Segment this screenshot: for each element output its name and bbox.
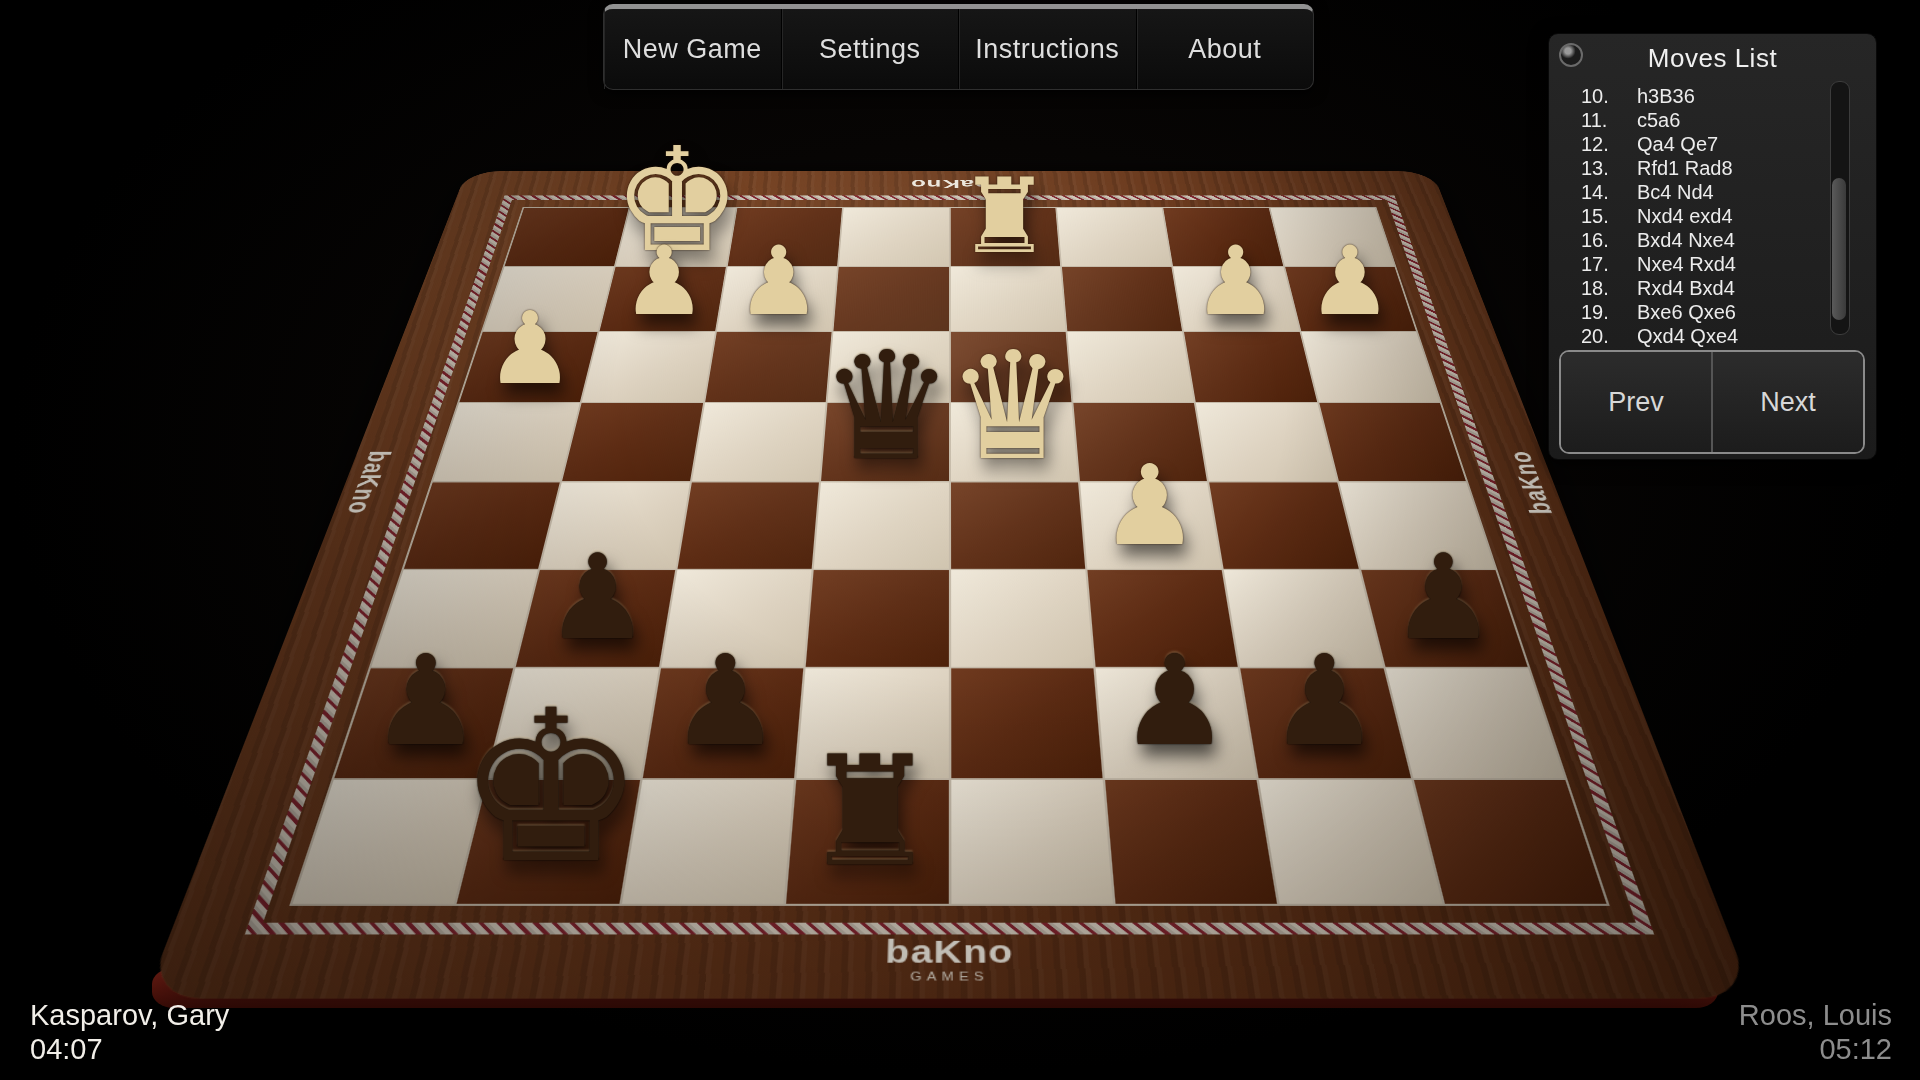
move-row: 14.Bc4 Nd4: [1549, 180, 1825, 204]
black-pawn-g6[interactable]: ♟: [545, 539, 650, 656]
moves-list-title: Moves List: [1549, 43, 1876, 74]
square-f8[interactable]: [622, 780, 794, 904]
move-number: 10.: [1549, 85, 1637, 108]
move-row: 15.Nxd4 exd4: [1549, 204, 1825, 228]
square-a3[interactable]: [1301, 332, 1439, 402]
move-row: 11.c5a6: [1549, 108, 1825, 132]
square-e5[interactable]: [814, 482, 949, 569]
main-menu-bar: New Game Settings Instructions About: [603, 4, 1314, 90]
move-row: 19.Bxe6 Qxe6: [1549, 300, 1825, 324]
move-text: Rfd1 Rad8: [1637, 157, 1825, 180]
move-row: 20.Qxd4 Qxe4: [1549, 324, 1825, 348]
move-text: Bxd4 Nxe4: [1637, 229, 1825, 252]
move-row: 10.h3B36: [1549, 84, 1825, 108]
moves-scrollbar-thumb[interactable]: [1832, 178, 1846, 320]
white-pawn-c5[interactable]: ♟: [1100, 451, 1199, 562]
square-d8[interactable]: [951, 780, 1113, 904]
move-number: 14.: [1549, 181, 1637, 204]
square-a4[interactable]: [1319, 403, 1466, 481]
square-g4[interactable]: [563, 403, 703, 481]
move-text: Qa4 Qe7: [1637, 133, 1825, 156]
move-row: 16.Bxd4 Nxe4: [1549, 228, 1825, 252]
player-black-clock: 04:07: [30, 1032, 229, 1066]
instructions-button[interactable]: Instructions: [959, 9, 1137, 89]
move-number: 16.: [1549, 229, 1637, 252]
square-f5[interactable]: [677, 482, 819, 569]
moves-list-panel: Moves List 10.h3B3611.c5a612.Qa4 Qe713.R…: [1548, 33, 1877, 460]
black-pawn-f7[interactable]: ♟: [670, 639, 782, 764]
square-c8[interactable]: [1105, 780, 1277, 904]
player-white-name: Roos, Louis: [1739, 998, 1892, 1032]
white-pawn-g2[interactable]: ♟: [622, 235, 707, 330]
square-h1[interactable]: [505, 208, 629, 266]
move-number: 18.: [1549, 277, 1637, 300]
move-text: Bxe6 Qxe6: [1637, 301, 1825, 324]
move-text: c5a6: [1637, 109, 1825, 132]
move-text: Nxd4 exd4: [1637, 205, 1825, 228]
square-e6[interactable]: [806, 570, 949, 667]
move-row: 13.Rfd1 Rad8: [1549, 156, 1825, 180]
black-pawn-c7[interactable]: ♟: [1119, 639, 1231, 764]
move-nav-buttons: Prev Next: [1559, 350, 1865, 454]
move-text: Rxd4 Bxd4: [1637, 277, 1825, 300]
square-h4[interactable]: [433, 403, 580, 481]
prev-move-button[interactable]: Prev: [1561, 352, 1713, 452]
move-text: Nxe4 Rxd4: [1637, 253, 1825, 276]
brand-logo-subtext: GAMES: [884, 970, 1014, 982]
square-f3[interactable]: [705, 332, 832, 402]
square-b4[interactable]: [1196, 403, 1336, 481]
square-b8[interactable]: [1259, 780, 1442, 904]
square-b3[interactable]: [1184, 332, 1317, 402]
move-text: h3B36: [1637, 85, 1825, 108]
brand-logo-near-rail: baKno GAMES: [884, 936, 1014, 983]
move-number: 13.: [1549, 157, 1637, 180]
white-queen-d4[interactable]: ♛: [946, 331, 1080, 480]
chess-board: baKno GAMES baKno baKno baKno: [145, 171, 1754, 999]
square-b5[interactable]: [1209, 482, 1358, 569]
white-pawn-a2[interactable]: ♟: [1307, 235, 1392, 330]
white-pawn-f2[interactable]: ♟: [736, 235, 821, 330]
move-row: 18.Rxd4 Bxd4: [1549, 276, 1825, 300]
square-f4[interactable]: [692, 403, 826, 481]
square-g3[interactable]: [582, 332, 715, 402]
white-pawn-b2[interactable]: ♟: [1193, 235, 1278, 330]
player-black-label: Kasparov, Gary 04:07: [30, 998, 229, 1066]
move-number: 15.: [1549, 205, 1637, 228]
about-button[interactable]: About: [1137, 9, 1314, 89]
square-d7[interactable]: [951, 669, 1103, 778]
square-c1[interactable]: [1057, 208, 1172, 266]
player-black-name: Kasparov, Gary: [30, 998, 229, 1032]
move-number: 17.: [1549, 253, 1637, 276]
square-e1[interactable]: [839, 208, 949, 266]
black-pawn-a6[interactable]: ♟: [1391, 539, 1496, 656]
square-c3[interactable]: [1067, 332, 1194, 402]
square-d5[interactable]: [951, 482, 1086, 569]
moves-list: 10.h3B3611.c5a612.Qa4 Qe713.Rfd1 Rad814.…: [1549, 84, 1825, 348]
next-move-button[interactable]: Next: [1713, 352, 1863, 452]
black-queen-e4[interactable]: ♛: [820, 331, 954, 480]
player-white-clock: 05:12: [1739, 1032, 1892, 1066]
move-row: 12.Qa4 Qe7: [1549, 132, 1825, 156]
moves-scrollbar-track[interactable]: [1830, 81, 1850, 335]
white-pawn-h3[interactable]: ♟: [485, 299, 575, 399]
new-game-button[interactable]: New Game: [604, 9, 782, 89]
move-row: 17.Nxe4 Rxd4: [1549, 252, 1825, 276]
black-pawn-b7[interactable]: ♟: [1268, 639, 1380, 764]
move-number: 11.: [1549, 109, 1637, 132]
app-window: baKno GAMES baKno baKno baKno ♜♚♟♟♟♟♟♟♟♛…: [0, 0, 1920, 1080]
black-king-g8[interactable]: ♚: [457, 683, 645, 893]
move-number: 12.: [1549, 133, 1637, 156]
settings-button[interactable]: Settings: [782, 9, 960, 89]
move-text: Bc4 Nd4: [1637, 181, 1825, 204]
move-number: 19.: [1549, 301, 1637, 324]
white-rook-d1[interactable]: ♜: [958, 164, 1051, 268]
black-rook-e8[interactable]: ♜: [802, 735, 938, 887]
square-h5[interactable]: [404, 482, 560, 569]
move-number: 20.: [1549, 325, 1637, 348]
player-white-label: Roos, Louis 05:12: [1739, 998, 1892, 1066]
brand-logo-text: baKno: [885, 936, 1014, 969]
square-d6[interactable]: [951, 570, 1094, 667]
move-text: Qxd4 Qxe4: [1637, 325, 1825, 348]
